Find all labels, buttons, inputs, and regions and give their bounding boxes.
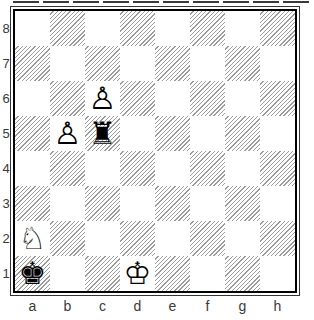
square-a3 (15, 186, 50, 221)
square-e2 (155, 221, 190, 256)
square-f4 (190, 151, 225, 186)
square-c8 (85, 11, 120, 46)
piece-black-king-a1: ♚♚ (15, 256, 50, 291)
square-d7 (120, 46, 155, 81)
square-d5 (120, 116, 155, 151)
square-h5 (260, 116, 295, 151)
square-a2: ♞♘ (15, 221, 50, 256)
square-f1 (190, 256, 225, 291)
square-f3 (190, 186, 225, 221)
square-a7 (15, 46, 50, 81)
board-inner-border: ♟♙♟♙♜♜♞♘♚♚♚♔ (13, 9, 297, 293)
square-f7 (190, 46, 225, 81)
file-label-d: d (120, 297, 155, 315)
square-g6 (225, 81, 260, 116)
board-frame: ♟♙♟♙♜♜♞♘♚♚♚♔ (10, 6, 300, 296)
square-d6 (120, 81, 155, 116)
square-b8 (50, 11, 85, 46)
crop-artifact-line (13, 1, 313, 3)
square-c4 (85, 151, 120, 186)
piece-white-pawn-c6: ♟♙ (85, 81, 120, 116)
square-a6 (15, 81, 50, 116)
file-label-f: f (190, 297, 225, 315)
square-f5 (190, 116, 225, 151)
square-d3 (120, 186, 155, 221)
square-e1 (155, 256, 190, 291)
square-a1: ♚♚ (15, 256, 50, 291)
square-h3 (260, 186, 295, 221)
square-h4 (260, 151, 295, 186)
file-label-h: h (260, 297, 295, 315)
square-b3 (50, 186, 85, 221)
square-e7 (155, 46, 190, 81)
board-grid: ♟♙♟♙♜♜♞♘♚♚♚♔ (15, 11, 295, 291)
square-d2 (120, 221, 155, 256)
square-f2 (190, 221, 225, 256)
piece-black-rook-c5: ♜♜ (85, 116, 120, 151)
square-h8 (260, 11, 295, 46)
piece-white-king-d1: ♚♔ (120, 256, 155, 291)
chess-diagram: 87654321 ♟♙♟♙♜♜♞♘♚♚♚♔ abcdefgh (0, 0, 314, 320)
file-label-a: a (15, 297, 50, 315)
square-c2 (85, 221, 120, 256)
square-h7 (260, 46, 295, 81)
square-g8 (225, 11, 260, 46)
file-label-b: b (50, 297, 85, 315)
square-e4 (155, 151, 190, 186)
square-e3 (155, 186, 190, 221)
square-d1: ♚♔ (120, 256, 155, 291)
square-c6: ♟♙ (85, 81, 120, 116)
square-h2 (260, 221, 295, 256)
piece-white-pawn-b5: ♟♙ (50, 116, 85, 151)
square-e5 (155, 116, 190, 151)
square-g2 (225, 221, 260, 256)
square-h1 (260, 256, 295, 291)
file-label-e: e (155, 297, 190, 315)
square-b5: ♟♙ (50, 116, 85, 151)
square-a8 (15, 11, 50, 46)
square-c7 (85, 46, 120, 81)
square-f6 (190, 81, 225, 116)
square-g7 (225, 46, 260, 81)
square-e8 (155, 11, 190, 46)
square-g5 (225, 116, 260, 151)
square-g3 (225, 186, 260, 221)
square-b7 (50, 46, 85, 81)
square-f8 (190, 11, 225, 46)
file-label-g: g (225, 297, 260, 315)
square-b2 (50, 221, 85, 256)
square-c3 (85, 186, 120, 221)
file-label-c: c (85, 297, 120, 315)
square-e6 (155, 81, 190, 116)
square-b1 (50, 256, 85, 291)
piece-white-knight-a2: ♞♘ (15, 221, 50, 256)
square-h6 (260, 81, 295, 116)
square-a5 (15, 116, 50, 151)
square-b4 (50, 151, 85, 186)
square-b6 (50, 81, 85, 116)
file-labels: abcdefgh (15, 297, 295, 315)
square-d4 (120, 151, 155, 186)
square-g4 (225, 151, 260, 186)
square-d8 (120, 11, 155, 46)
square-g1 (225, 256, 260, 291)
square-a4 (15, 151, 50, 186)
square-c1 (85, 256, 120, 291)
square-c5: ♜♜ (85, 116, 120, 151)
